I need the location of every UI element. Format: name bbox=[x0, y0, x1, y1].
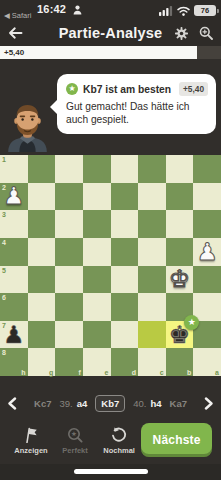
square-a2[interactable] bbox=[193, 183, 221, 211]
square-h1[interactable]: 1 bbox=[0, 155, 28, 183]
show-button[interactable]: Anzeigen bbox=[9, 426, 53, 455]
square-a1[interactable] bbox=[193, 155, 221, 183]
square-d2[interactable] bbox=[111, 183, 139, 211]
square-f8[interactable]: f bbox=[55, 348, 83, 376]
coach-panel: ★ Kb7 ist am besten +5,40 Gut gemacht! D… bbox=[0, 59, 221, 155]
square-e8[interactable]: e bbox=[83, 348, 111, 376]
file-label-e: e bbox=[105, 369, 109, 376]
replay-icon bbox=[97, 426, 141, 443]
black-pawn[interactable]: ♟ bbox=[0, 321, 28, 349]
square-e1[interactable] bbox=[83, 155, 111, 183]
analysis-magnifier-icon[interactable] bbox=[199, 26, 213, 40]
next-move-chevron[interactable] bbox=[204, 397, 214, 410]
square-a6[interactable] bbox=[193, 293, 221, 321]
square-c5[interactable] bbox=[138, 266, 166, 294]
square-d4[interactable] bbox=[111, 238, 139, 266]
square-f2[interactable] bbox=[55, 183, 83, 211]
app-header: Partie-Analyse bbox=[0, 20, 221, 46]
square-d5[interactable] bbox=[111, 266, 139, 294]
file-label-a: a bbox=[215, 369, 219, 376]
square-a5[interactable] bbox=[193, 266, 221, 294]
square-c1[interactable] bbox=[138, 155, 166, 183]
square-g8[interactable]: g bbox=[28, 348, 56, 376]
square-h8[interactable]: 8h bbox=[0, 348, 28, 376]
evaluation-bar: +5,40 bbox=[0, 46, 221, 59]
square-f3[interactable] bbox=[55, 210, 83, 238]
square-e7[interactable] bbox=[83, 321, 111, 349]
rank-label-5: 5 bbox=[2, 267, 6, 274]
cellular-signal-icon bbox=[159, 6, 173, 16]
best-move-star-icon: ★ bbox=[66, 83, 78, 95]
retry-button[interactable]: Nochmal bbox=[97, 426, 141, 455]
square-b1[interactable] bbox=[166, 155, 194, 183]
white-king[interactable]: ♚ bbox=[166, 266, 194, 294]
eval-bar-white: +5,40 bbox=[0, 46, 197, 59]
rank-label-4: 4 bbox=[2, 239, 6, 246]
flag-icon bbox=[9, 426, 53, 443]
star-magnifier-icon: ★ bbox=[53, 426, 97, 443]
square-c8[interactable]: c bbox=[138, 348, 166, 376]
square-d1[interactable] bbox=[111, 155, 139, 183]
square-d6[interactable] bbox=[111, 293, 139, 321]
bottom-toolbar: Anzeigen ★ Perfekt Nochmal Nächste bbox=[0, 416, 221, 464]
square-c4[interactable] bbox=[138, 238, 166, 266]
coach-message: Gut gemacht! Das hätte ich auch gespielt… bbox=[66, 101, 208, 127]
file-label-f: f bbox=[79, 369, 81, 376]
square-a8[interactable]: a bbox=[193, 348, 221, 376]
square-d3[interactable] bbox=[111, 210, 139, 238]
square-h3[interactable]: 3 bbox=[0, 210, 28, 238]
coach-avatar bbox=[2, 96, 53, 152]
rank-label-1: 1 bbox=[2, 156, 6, 163]
clock-time: 16:42 bbox=[37, 3, 66, 15]
square-a3[interactable] bbox=[193, 210, 221, 238]
square-b4[interactable] bbox=[166, 238, 194, 266]
back-to-safari-link[interactable]: ◀ Safari bbox=[4, 11, 31, 20]
move-number-40: 40. bbox=[133, 398, 146, 409]
square-c7[interactable] bbox=[138, 321, 166, 349]
square-d7[interactable] bbox=[111, 321, 139, 349]
move-kc7[interactable]: Kc7 bbox=[34, 398, 51, 409]
file-label-b: b bbox=[187, 369, 191, 376]
square-b3[interactable] bbox=[166, 210, 194, 238]
square-g7[interactable] bbox=[28, 321, 56, 349]
square-b7[interactable]: ♚★ bbox=[166, 321, 194, 349]
square-f1[interactable] bbox=[55, 155, 83, 183]
focus-person-icon bbox=[73, 5, 82, 15]
square-g2[interactable] bbox=[28, 183, 56, 211]
square-g1[interactable] bbox=[28, 155, 56, 183]
square-g3[interactable] bbox=[28, 210, 56, 238]
home-indicator[interactable] bbox=[74, 469, 148, 474]
status-bar: 16:42 ◀ Safari 76 bbox=[0, 0, 221, 20]
square-e3[interactable] bbox=[83, 210, 111, 238]
square-d8[interactable]: d bbox=[111, 348, 139, 376]
square-c6[interactable] bbox=[138, 293, 166, 321]
move-ka7[interactable]: Ka7 bbox=[170, 398, 187, 409]
file-label-d: d bbox=[132, 369, 136, 376]
rank-label-3: 3 bbox=[2, 211, 6, 218]
rank-label-6: 6 bbox=[2, 294, 6, 301]
square-h5[interactable]: 5 bbox=[0, 266, 28, 294]
square-f4[interactable] bbox=[55, 238, 83, 266]
eval-badge: +5,40 bbox=[179, 82, 208, 96]
move-number-39: 39. bbox=[59, 398, 72, 409]
wifi-icon bbox=[177, 6, 190, 16]
move-navigation: Kc7 39. a4 Kb7 40. h4 Ka7 bbox=[0, 390, 221, 416]
rank-label-8: 8 bbox=[2, 349, 6, 356]
board-gap bbox=[0, 376, 221, 390]
square-c3[interactable] bbox=[138, 210, 166, 238]
file-label-h: h bbox=[21, 369, 25, 376]
settings-gear-icon[interactable] bbox=[175, 27, 188, 40]
square-f7[interactable] bbox=[55, 321, 83, 349]
perfect-button[interactable]: ★ Perfekt bbox=[53, 426, 97, 455]
square-g5[interactable] bbox=[28, 266, 56, 294]
chess-board[interactable]: 12♟34♟5♚67♟♚★8hgfedcba bbox=[0, 155, 221, 376]
svg-text:★: ★ bbox=[71, 430, 77, 438]
square-c2[interactable] bbox=[138, 183, 166, 211]
battery-icon: 76 bbox=[194, 5, 216, 16]
square-b2[interactable] bbox=[166, 183, 194, 211]
coach-title: Kb7 ist am besten bbox=[83, 84, 174, 95]
square-f5[interactable] bbox=[55, 266, 83, 294]
next-button[interactable]: Nächste bbox=[141, 423, 212, 457]
square-h2[interactable]: 2♟ bbox=[0, 183, 28, 211]
move-h4[interactable]: h4 bbox=[150, 398, 161, 409]
previous-move-chevron[interactable] bbox=[7, 397, 17, 410]
square-e2[interactable] bbox=[83, 183, 111, 211]
white-pawn[interactable]: ♟ bbox=[193, 238, 221, 266]
square-e4[interactable] bbox=[83, 238, 111, 266]
square-g6[interactable] bbox=[28, 293, 56, 321]
square-b5[interactable]: ♚ bbox=[166, 266, 194, 294]
square-h4[interactable]: 4 bbox=[0, 238, 28, 266]
file-label-c: c bbox=[160, 369, 164, 376]
square-g4[interactable] bbox=[28, 238, 56, 266]
square-h6[interactable]: 6 bbox=[0, 293, 28, 321]
square-h7[interactable]: 7♟ bbox=[0, 321, 28, 349]
move-a4[interactable]: a4 bbox=[77, 398, 88, 409]
square-e5[interactable] bbox=[83, 266, 111, 294]
move-kb7-selected[interactable]: Kb7 bbox=[95, 395, 125, 412]
square-a4[interactable]: ♟ bbox=[193, 238, 221, 266]
square-e6[interactable] bbox=[83, 293, 111, 321]
home-indicator-area bbox=[0, 464, 221, 480]
file-label-g: g bbox=[49, 369, 53, 376]
coach-speech-bubble: ★ Kb7 ist am besten +5,40 Gut gemacht! D… bbox=[57, 74, 216, 134]
white-pawn[interactable]: ♟ bbox=[0, 183, 28, 211]
square-f6[interactable] bbox=[55, 293, 83, 321]
square-b8[interactable]: b bbox=[166, 348, 194, 376]
